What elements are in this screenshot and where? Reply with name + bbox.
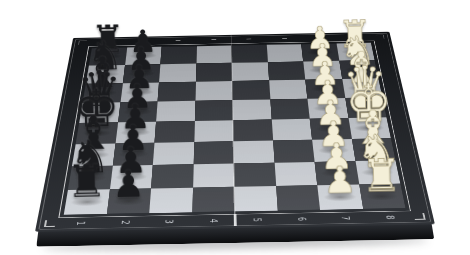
coordinate-label: 4 [208, 207, 218, 235]
square-r2c6 [268, 61, 306, 80]
coordinate-label: 5 [251, 206, 262, 234]
corner-bracket-icon [376, 35, 385, 39]
square-r5c6 [271, 119, 312, 141]
square-r6c6 [273, 140, 315, 163]
coordinate-label: 3 [163, 208, 174, 236]
square-r1c4 [196, 45, 232, 63]
board-squares: ♜♟♟♜♞♟♟♞♝♟♟♝♛♟♟♛♚♟♟♚♝♟♟♝♞♟♟♞♜♟♟♜ [64, 43, 406, 215]
square-r4c3 [156, 101, 195, 122]
square-r6c5 [233, 140, 274, 163]
square-r7c4 [193, 163, 235, 187]
tick-mark [247, 39, 252, 40]
tick-mark [105, 41, 110, 42]
square-r4c4 [194, 100, 232, 121]
tick-mark [353, 37, 358, 38]
square-r6c3 [153, 142, 194, 165]
square-r1c5 [231, 45, 267, 63]
corner-bracket-icon [78, 40, 87, 44]
square-r1c6 [266, 44, 303, 62]
square-r7c6 [274, 162, 317, 186]
tick-mark [282, 38, 287, 39]
scene-tilt: ♜♟♟♜♞♟♟♞♝♟♟♝♛♟♟♛♚♟♟♚♝♟♟♝♞♟♟♞♜♟♟♜ 1234567… [0, 0, 470, 255]
square-r5c4 [194, 120, 233, 142]
square-r2c5 [232, 62, 269, 81]
square-r7c5 [234, 163, 276, 187]
square-r4c5 [233, 99, 272, 120]
square-r5c3 [154, 121, 194, 143]
black-rook: ♜ [66, 158, 107, 203]
corner-bracket-icon [44, 220, 56, 227]
tick-mark [176, 40, 181, 41]
square-r6c4 [193, 141, 233, 164]
square-r3c3 [158, 82, 196, 102]
white-pawn: ♟ [323, 161, 357, 198]
square-r3c5 [232, 80, 270, 100]
product-photo-scene: ♜♟♟♜♞♟♟♞♝♟♟♝♛♟♟♛♚♟♟♚♝♟♟♝♞♟♟♞♜♟♟♜ 1234567… [0, 0, 470, 255]
square-r3c6 [269, 80, 308, 100]
black-pawn: ♟ [112, 165, 146, 202]
square-r7c3 [151, 164, 193, 188]
white-rook: ♜ [361, 152, 402, 197]
coordinate-label: 6 [295, 205, 307, 233]
square-r2c3 [159, 64, 196, 83]
tick-mark [140, 41, 145, 42]
square-r4c6 [270, 99, 310, 120]
square-r1c3 [160, 46, 196, 64]
square-r5c5 [233, 119, 273, 141]
tick-mark [211, 39, 216, 40]
tick-mark [317, 37, 322, 38]
square-r3c4 [195, 81, 232, 101]
corner-bracket-icon [413, 213, 425, 220]
square-r2c4 [196, 63, 233, 82]
chess-board: ♜♟♟♜♞♟♟♞♝♟♟♝♛♟♟♛♚♟♟♚♝♟♟♝♞♟♟♞♜♟♟♜ 1234567… [35, 32, 435, 232]
